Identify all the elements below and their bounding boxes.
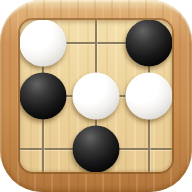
cell-r0c2 [123, 20, 173, 69]
cell-r1c2 [123, 69, 173, 122]
white-stone [20, 20, 67, 66]
black-stone [20, 72, 67, 119]
white-stone [73, 72, 120, 119]
cell-r0c0 [20, 20, 70, 69]
black-stone [73, 125, 120, 172]
go-board [20, 20, 172, 172]
go-grid [20, 20, 172, 172]
cell-r1c1 [70, 69, 123, 122]
cell-r2c2 [123, 122, 173, 172]
black-stone [126, 20, 173, 66]
cell-r2c1 [70, 122, 123, 172]
cell-r1c0 [20, 69, 70, 122]
cell-r2c0 [20, 122, 70, 172]
cell-r0c1 [70, 20, 123, 69]
go-app-icon[interactable] [0, 0, 192, 192]
white-stone [126, 72, 173, 119]
